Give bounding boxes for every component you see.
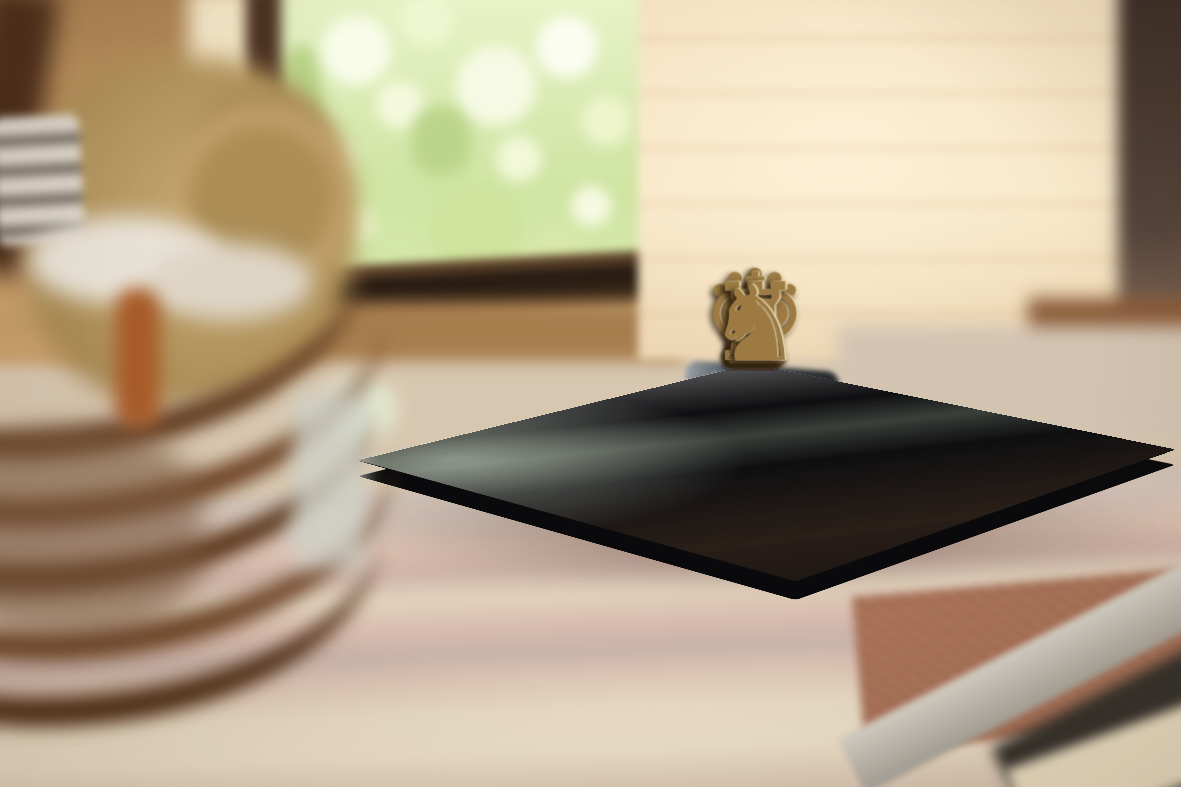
board-grid: ♜♞♝♛♚♝♞♜♟♟♟♟♟♟♟♟♟♟♟♟♟♟♟♟♜♞♝♛♚♝♞♜ (400, 372, 1134, 566)
photograph-scene: ♜♞♝♛♚♝♞♜♟♟♟♟♟♟♟♟♟♟♟♟♟♟♟♟♜♞♝♛♚♝♞♜ (0, 0, 1181, 787)
piece-white-knight: ♞ (708, 276, 802, 372)
chess-board: ♜♞♝♛♚♝♞♜♟♟♟♟♟♟♟♟♟♟♟♟♟♟♟♟♜♞♝♛♚♝♞♜ (357, 364, 1176, 582)
board-perspective-wrapper: ♜♞♝♛♚♝♞♜♟♟♟♟♟♟♟♟♟♟♟♟♟♟♟♟♜♞♝♛♚♝♞♜ (0, 0, 1181, 787)
